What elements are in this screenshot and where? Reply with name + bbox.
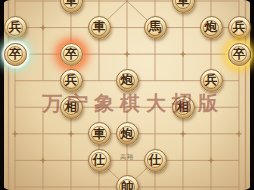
piece-glyph: 兵 [205, 74, 218, 87]
piece-black-卒[interactable]: 卒 [228, 43, 251, 66]
piece-red-炮[interactable]: 炮 [116, 69, 139, 92]
tiny-board-label: 高翔 [120, 153, 134, 162]
piece-glyph: 炮 [121, 128, 134, 141]
piece-glyph: 車 [93, 128, 106, 141]
piece-red-兵[interactable]: 兵 [60, 69, 83, 92]
piece-glyph: 卒 [65, 48, 78, 61]
piece-red-車[interactable]: 車 [88, 122, 111, 145]
piece-glyph: 炮 [205, 21, 218, 34]
piece-glyph: 仕 [149, 154, 162, 167]
piece-glyph: 卒 [9, 48, 22, 61]
piece-glyph: 仕 [93, 154, 106, 167]
piece-black-卒[interactable]: 卒 [60, 43, 83, 66]
piece-glyph: 馬 [149, 21, 162, 34]
piece-black-炮[interactable]: 炮 [200, 16, 223, 39]
piece-glyph: 兵 [65, 74, 78, 87]
piece-glyph: 兵 [9, 21, 22, 34]
piece-black-車[interactable]: 車 [88, 16, 111, 39]
piece-red-炮[interactable]: 炮 [116, 122, 139, 145]
piece-red-帥[interactable]: 帥 [116, 175, 139, 190]
watermark-text: 万宁象棋大招版 [42, 90, 224, 117]
piece-black-馬[interactable]: 馬 [144, 16, 167, 39]
piece-red-仕[interactable]: 仕 [144, 149, 167, 172]
piece-red-兵[interactable]: 兵 [4, 16, 27, 39]
piece-glyph: 兵 [233, 21, 246, 34]
piece-red-仕[interactable]: 仕 [88, 149, 111, 172]
piece-black-卒[interactable]: 卒 [4, 43, 27, 66]
piece-glyph: 炮 [121, 74, 134, 87]
piece-glyph: 帥 [121, 181, 134, 190]
piece-glyph: 卒 [233, 48, 246, 61]
piece-red-兵[interactable]: 兵 [200, 69, 223, 92]
game-screen: 車車兵車馬炮兵卒卒卒兵炮兵相相車炮仕仕帥 万宁象棋大招版 高翔 [0, 0, 254, 190]
piece-glyph: 車 [177, 0, 190, 7]
piece-glyph: 車 [93, 21, 106, 34]
piece-glyph: 車 [65, 0, 78, 7]
piece-red-兵[interactable]: 兵 [228, 16, 251, 39]
